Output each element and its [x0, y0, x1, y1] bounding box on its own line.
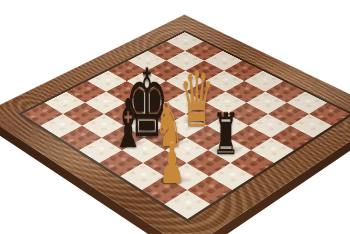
board-scene: ♛ ♜ ♚ ♞ ♝ ♟: [0, 0, 350, 234]
chess-board: [0, 14, 350, 234]
product-photo: ♛ ♜ ♚ ♞ ♝ ♟: [0, 0, 350, 234]
board-grid: [18, 30, 350, 222]
